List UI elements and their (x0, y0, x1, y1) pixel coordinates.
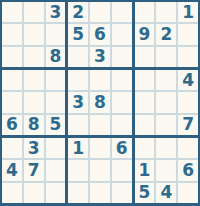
cell-r1c1[interactable] (2, 2, 22, 22)
box-5: 38 (68, 70, 131, 135)
cell-r8c2[interactable]: 7 (24, 160, 44, 180)
cell-r4c5[interactable] (90, 70, 110, 90)
cell-r2c6[interactable] (112, 24, 132, 44)
cell-r5c5[interactable]: 8 (90, 92, 110, 112)
box-4: 685 (2, 70, 65, 135)
cell-r2c4[interactable]: 5 (68, 24, 88, 44)
cell-r5c3[interactable] (46, 92, 66, 112)
cell-r6c3[interactable]: 5 (46, 115, 66, 135)
cell-r9c9[interactable] (178, 183, 198, 203)
cell-r9c5[interactable] (90, 183, 110, 203)
cell-r1c9[interactable]: 1 (178, 2, 198, 22)
cell-r1c2[interactable] (24, 2, 44, 22)
cell-r8c3[interactable] (46, 160, 66, 180)
cell-r7c8[interactable] (156, 138, 176, 158)
cell-r7c6[interactable]: 6 (112, 138, 132, 158)
cell-r9c8[interactable]: 4 (156, 183, 176, 203)
cell-r8c8[interactable] (156, 160, 176, 180)
cell-r3c8[interactable] (156, 47, 176, 67)
cell-r2c8[interactable]: 2 (156, 24, 176, 44)
cell-r7c5[interactable] (90, 138, 110, 158)
cell-r6c1[interactable]: 6 (2, 115, 22, 135)
cell-r4c2[interactable] (24, 70, 44, 90)
cell-r2c5[interactable]: 6 (90, 24, 110, 44)
box-6: 47 (135, 70, 198, 135)
cell-r2c1[interactable] (2, 24, 22, 44)
cell-r7c4[interactable]: 1 (68, 138, 88, 158)
cell-r2c7[interactable]: 9 (135, 24, 155, 44)
cell-r8c6[interactable] (112, 160, 132, 180)
cell-r6c2[interactable]: 8 (24, 115, 44, 135)
cell-r4c9[interactable]: 4 (178, 70, 198, 90)
cell-r6c5[interactable] (90, 115, 110, 135)
cell-r7c1[interactable] (2, 138, 22, 158)
box-2: 2563 (68, 2, 131, 67)
cell-r5c9[interactable] (178, 92, 198, 112)
cell-r3c5[interactable]: 3 (90, 47, 110, 67)
cell-r5c1[interactable] (2, 92, 22, 112)
cell-r7c7[interactable] (135, 138, 155, 158)
cell-r8c5[interactable] (90, 160, 110, 180)
cell-r5c7[interactable] (135, 92, 155, 112)
cell-r1c6[interactable] (112, 2, 132, 22)
cell-r9c4[interactable] (68, 183, 88, 203)
cell-r4c3[interactable] (46, 70, 66, 90)
cell-r1c7[interactable] (135, 2, 155, 22)
cell-r5c8[interactable] (156, 92, 176, 112)
cell-r9c3[interactable] (46, 183, 66, 203)
sudoku-board: 3825631926853847347161654 (0, 0, 200, 206)
cell-r4c8[interactable] (156, 70, 176, 90)
cell-r3c2[interactable] (24, 47, 44, 67)
cell-r5c2[interactable] (24, 92, 44, 112)
cell-r4c1[interactable] (2, 70, 22, 90)
cell-r7c3[interactable] (46, 138, 66, 158)
cell-r3c7[interactable] (135, 47, 155, 67)
box-1: 38 (2, 2, 65, 67)
cell-r8c7[interactable]: 1 (135, 160, 155, 180)
cell-r5c4[interactable]: 3 (68, 92, 88, 112)
box-8: 16 (68, 138, 131, 203)
cell-r1c5[interactable] (90, 2, 110, 22)
cell-r2c3[interactable] (46, 24, 66, 44)
cell-r8c1[interactable]: 4 (2, 160, 22, 180)
box-9: 1654 (135, 138, 198, 203)
cell-r1c4[interactable]: 2 (68, 2, 88, 22)
cell-r9c6[interactable] (112, 183, 132, 203)
cell-r1c3[interactable]: 3 (46, 2, 66, 22)
cell-r9c2[interactable] (24, 183, 44, 203)
cell-r9c1[interactable] (2, 183, 22, 203)
box-7: 347 (2, 138, 65, 203)
cell-r2c2[interactable] (24, 24, 44, 44)
cell-r3c1[interactable] (2, 47, 22, 67)
cell-r6c4[interactable] (68, 115, 88, 135)
cell-r8c9[interactable]: 6 (178, 160, 198, 180)
box-3: 192 (135, 2, 198, 67)
cell-r3c3[interactable]: 8 (46, 47, 66, 67)
cell-r3c4[interactable] (68, 47, 88, 67)
cell-r7c2[interactable]: 3 (24, 138, 44, 158)
cell-r9c7[interactable]: 5 (135, 183, 155, 203)
cell-r4c4[interactable] (68, 70, 88, 90)
cell-r6c7[interactable] (135, 115, 155, 135)
cell-r5c6[interactable] (112, 92, 132, 112)
cell-r3c6[interactable] (112, 47, 132, 67)
cell-r6c9[interactable]: 7 (178, 115, 198, 135)
cell-r6c6[interactable] (112, 115, 132, 135)
cell-r8c4[interactable] (68, 160, 88, 180)
cell-r3c9[interactable] (178, 47, 198, 67)
cell-r4c7[interactable] (135, 70, 155, 90)
cell-r2c9[interactable] (178, 24, 198, 44)
cell-r7c9[interactable] (178, 138, 198, 158)
cell-r1c8[interactable] (156, 2, 176, 22)
cell-r4c6[interactable] (112, 70, 132, 90)
cell-r6c8[interactable] (156, 115, 176, 135)
